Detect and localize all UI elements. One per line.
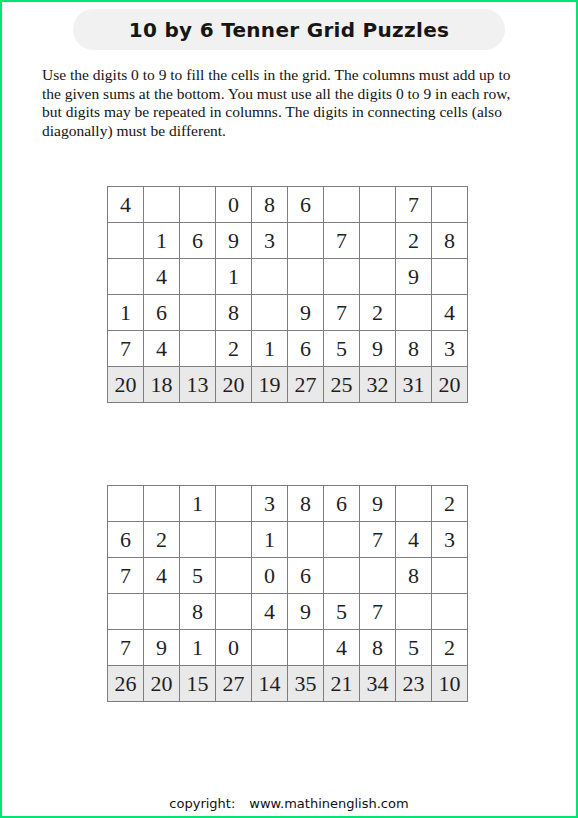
column-sum-cell: 34 [360,666,396,702]
grid-cell-given: 8 [288,486,324,522]
grid-cell-given: 4 [144,558,180,594]
grid-cell-given: 7 [324,223,360,259]
grid-cell-empty[interactable] [396,486,432,522]
grid-cell-empty[interactable] [216,486,252,522]
grid-cell-empty[interactable] [360,259,396,295]
grid-cell-empty[interactable] [216,558,252,594]
grid-cell-given: 1 [252,522,288,558]
column-sum-cell: 13 [180,367,216,403]
grid-cell-given: 9 [360,486,396,522]
grid-cell-empty[interactable] [324,259,360,295]
grid-cell-given: 6 [288,331,324,367]
instructions-line: diagonally) must be different. [42,122,547,141]
site-url: www.mathinenglish.com [249,796,408,811]
grid-cell-given: 5 [324,331,360,367]
instructions-line: but digits may be repeated in columns. T… [42,103,547,122]
grid-cell-empty[interactable] [432,594,468,630]
copyright-label: copyright: [169,796,235,811]
grid-cell-given: 0 [216,187,252,223]
column-sum-cell: 32 [360,367,396,403]
column-sum-cell: 18 [144,367,180,403]
grid-cell-given: 0 [252,558,288,594]
page-title: 10 by 6 Tenner Grid Puzzles [73,9,505,50]
grid-cell-given: 9 [144,630,180,666]
grid-cell-given: 5 [324,594,360,630]
column-sum-cell: 20 [216,367,252,403]
tenner-grid-1: 4086716937284191689724742165983201813201… [107,186,468,403]
grid-cell-given: 8 [252,187,288,223]
grid-cell-given: 6 [324,486,360,522]
column-sum-cell: 20 [144,666,180,702]
column-sum-cell: 27 [216,666,252,702]
tenner-grid-2: 1386926217437450688495779104852262015271… [107,485,468,702]
column-sum-cell: 14 [252,666,288,702]
grid-cell-given: 7 [108,630,144,666]
grid-cell-given: 9 [288,295,324,331]
grid-cell-given: 1 [252,331,288,367]
grid-cell-given: 4 [432,295,468,331]
column-sum-cell: 20 [432,367,468,403]
column-sum-cell: 10 [432,666,468,702]
grid-cell-empty[interactable] [252,295,288,331]
grid-cell-empty[interactable] [180,331,216,367]
grid-cell-given: 0 [216,630,252,666]
grid-cell-empty[interactable] [324,522,360,558]
grid-cell-empty[interactable] [396,295,432,331]
grid-cell-empty[interactable] [288,223,324,259]
grid-cell-empty[interactable] [432,558,468,594]
grid-cell-empty[interactable] [144,594,180,630]
grid-cell-empty[interactable] [288,259,324,295]
grid-cell-given: 4 [252,594,288,630]
column-sum-cell: 31 [396,367,432,403]
grid-cell-given: 4 [144,331,180,367]
grid-cell-empty[interactable] [360,187,396,223]
grid-cell-given: 8 [180,594,216,630]
grid-cell-given: 2 [396,223,432,259]
grid-cell-empty[interactable] [360,558,396,594]
column-sum-cell: 26 [108,666,144,702]
grid-cell-empty[interactable] [108,594,144,630]
grid-cell-given: 6 [288,187,324,223]
instructions: Use the digits 0 to 9 to fill the cells … [42,66,547,140]
grid-cell-given: 4 [324,630,360,666]
grid-cell-empty[interactable] [288,522,324,558]
grid-cell-given: 4 [108,187,144,223]
grid-cell-given: 7 [360,594,396,630]
column-sum-cell: 27 [288,367,324,403]
grid-cell-empty[interactable] [216,594,252,630]
grid-cell-given: 9 [396,259,432,295]
grid-cell-given: 9 [288,594,324,630]
column-sum-cell: 35 [288,666,324,702]
grid-cell-given: 3 [432,331,468,367]
grid-cell-empty[interactable] [324,187,360,223]
grid-cell-empty[interactable] [180,259,216,295]
grid-cell-given: 3 [432,522,468,558]
grid-cell-empty[interactable] [144,486,180,522]
grid-cell-given: 8 [216,295,252,331]
grid-cell-empty[interactable] [252,259,288,295]
grid-cell-empty[interactable] [180,522,216,558]
grid-cell-given: 8 [396,331,432,367]
grid-cell-given: 2 [216,331,252,367]
grid-cell-given: 5 [396,630,432,666]
page-title-text: 10 by 6 Tenner Grid Puzzles [129,18,449,42]
grid-cell-given: 5 [180,558,216,594]
grid-cell-given: 7 [108,331,144,367]
grid-cell-given: 2 [432,486,468,522]
instructions-line: Use the digits 0 to 9 to fill the cells … [42,66,547,85]
grid-cell-given: 8 [432,223,468,259]
grid-cell-empty[interactable] [216,522,252,558]
grid-cell-empty[interactable] [396,594,432,630]
grid-cell-given: 7 [108,558,144,594]
grid-cell-given: 4 [396,522,432,558]
grid-cell-given: 9 [360,331,396,367]
grid-cell-given: 1 [180,486,216,522]
grid-cell-given: 9 [216,223,252,259]
grid-cell-given: 2 [144,522,180,558]
grid-cell-empty[interactable] [144,187,180,223]
column-sum-cell: 15 [180,666,216,702]
grid-cell-empty[interactable] [180,295,216,331]
grid-cell-given: 1 [180,630,216,666]
column-sum-cell: 23 [396,666,432,702]
grid-cell-empty[interactable] [108,486,144,522]
grid-cell-given: 4 [144,259,180,295]
grid-cell-empty[interactable] [180,187,216,223]
grid-cell-empty[interactable] [252,630,288,666]
grid-cell-given: 7 [324,295,360,331]
grid-cell-given: 6 [108,522,144,558]
grid-cell-given: 7 [360,522,396,558]
grid-cell-given: 6 [144,295,180,331]
grid-cell-given: 1 [144,223,180,259]
column-sum-cell: 19 [252,367,288,403]
grid-cell-given: 3 [252,486,288,522]
grid-cell-given: 6 [288,558,324,594]
grid-cell-given: 2 [432,630,468,666]
grid-cell-given: 3 [252,223,288,259]
grid-cell-empty[interactable] [108,223,144,259]
grid-cell-empty[interactable] [432,187,468,223]
grid-cell-given: 8 [360,630,396,666]
grid-cell-empty[interactable] [360,223,396,259]
grid-cell-empty[interactable] [432,259,468,295]
grid-cell-given: 7 [396,187,432,223]
column-sum-cell: 25 [324,367,360,403]
grid-cell-given: 2 [360,295,396,331]
footer: copyright: www.mathinenglish.com [2,796,576,811]
column-sum-cell: 20 [108,367,144,403]
instructions-line: the given sums at the bottom. You must u… [42,85,547,104]
grid-cell-given: 1 [216,259,252,295]
grid-cell-given: 1 [108,295,144,331]
grid-cell-empty[interactable] [288,630,324,666]
grid-cell-empty[interactable] [324,558,360,594]
grid-cell-given: 6 [180,223,216,259]
column-sum-cell: 21 [324,666,360,702]
worksheet-page: 10 by 6 Tenner Grid Puzzles Use the digi… [0,0,578,818]
grid-cell-empty[interactable] [108,259,144,295]
grid-cell-given: 8 [396,558,432,594]
